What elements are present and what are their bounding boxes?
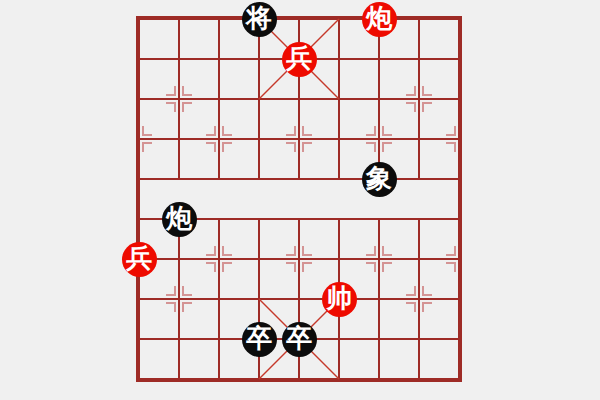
intersection-3-0[interactable]: 将 bbox=[239, 0, 279, 39]
intersection-7-3[interactable] bbox=[399, 119, 439, 159]
intersection-8-3[interactable] bbox=[439, 119, 479, 159]
intersection-1-8[interactable] bbox=[159, 319, 199, 359]
intersection-3-5[interactable] bbox=[239, 199, 279, 239]
intersection-2-1[interactable] bbox=[199, 39, 239, 79]
intersection-7-1[interactable] bbox=[399, 39, 439, 79]
piece-black-general[interactable]: 将 bbox=[242, 2, 277, 37]
intersection-1-5[interactable]: 炮 bbox=[159, 199, 199, 239]
intersection-6-1[interactable] bbox=[359, 39, 399, 79]
intersection-6-8[interactable] bbox=[359, 319, 399, 359]
intersection-0-1[interactable] bbox=[119, 39, 159, 79]
intersection-5-0[interactable] bbox=[319, 0, 359, 39]
intersection-1-9[interactable] bbox=[159, 359, 199, 399]
intersection-6-3[interactable] bbox=[359, 119, 399, 159]
intersection-4-7[interactable] bbox=[279, 279, 319, 319]
intersection-2-3[interactable] bbox=[199, 119, 239, 159]
piece-red-soldier[interactable]: 兵 bbox=[122, 242, 157, 277]
intersection-0-3[interactable] bbox=[119, 119, 159, 159]
intersection-5-9[interactable] bbox=[319, 359, 359, 399]
intersection-5-1[interactable] bbox=[319, 39, 359, 79]
intersection-8-5[interactable] bbox=[439, 199, 479, 239]
intersection-8-4[interactable] bbox=[439, 159, 479, 199]
intersection-2-8[interactable] bbox=[199, 319, 239, 359]
piece-black-elephant[interactable]: 象 bbox=[362, 162, 397, 197]
intersection-3-1[interactable] bbox=[239, 39, 279, 79]
piece-red-soldier[interactable]: 兵 bbox=[282, 42, 317, 77]
intersection-3-9[interactable] bbox=[239, 359, 279, 399]
intersection-2-5[interactable] bbox=[199, 199, 239, 239]
intersection-6-6[interactable] bbox=[359, 239, 399, 279]
piece-red-cannon[interactable]: 炮 bbox=[362, 2, 397, 37]
intersection-8-0[interactable] bbox=[439, 0, 479, 39]
xiangqi-diagram: 将炮兵象炮兵帅卒卒 bbox=[0, 0, 600, 400]
intersection-4-2[interactable] bbox=[279, 79, 319, 119]
intersection-7-5[interactable] bbox=[399, 199, 439, 239]
intersection-0-2[interactable] bbox=[119, 79, 159, 119]
intersection-5-4[interactable] bbox=[319, 159, 359, 199]
intersection-2-7[interactable] bbox=[199, 279, 239, 319]
intersection-8-8[interactable] bbox=[439, 319, 479, 359]
piece-black-cannon[interactable]: 炮 bbox=[162, 202, 197, 237]
intersection-8-7[interactable] bbox=[439, 279, 479, 319]
intersection-4-4[interactable] bbox=[279, 159, 319, 199]
intersection-4-9[interactable] bbox=[279, 359, 319, 399]
intersection-7-0[interactable] bbox=[399, 0, 439, 39]
intersection-5-8[interactable] bbox=[319, 319, 359, 359]
intersection-3-4[interactable] bbox=[239, 159, 279, 199]
intersection-7-7[interactable] bbox=[399, 279, 439, 319]
intersection-4-1[interactable]: 兵 bbox=[279, 39, 319, 79]
intersection-7-2[interactable] bbox=[399, 79, 439, 119]
intersection-5-6[interactable] bbox=[319, 239, 359, 279]
intersection-6-9[interactable] bbox=[359, 359, 399, 399]
piece-red-general[interactable]: 帅 bbox=[322, 282, 357, 317]
intersection-4-0[interactable] bbox=[279, 0, 319, 39]
intersection-8-1[interactable] bbox=[439, 39, 479, 79]
intersection-6-0[interactable]: 炮 bbox=[359, 0, 399, 39]
intersection-0-7[interactable] bbox=[119, 279, 159, 319]
intersection-5-7[interactable]: 帅 bbox=[319, 279, 359, 319]
intersection-1-0[interactable] bbox=[159, 0, 199, 39]
piece-black-soldier[interactable]: 卒 bbox=[242, 322, 277, 357]
intersection-0-5[interactable] bbox=[119, 199, 159, 239]
intersection-2-4[interactable] bbox=[199, 159, 239, 199]
intersection-5-5[interactable] bbox=[319, 199, 359, 239]
intersection-0-4[interactable] bbox=[119, 159, 159, 199]
intersection-7-8[interactable] bbox=[399, 319, 439, 359]
intersection-2-9[interactable] bbox=[199, 359, 239, 399]
intersection-0-8[interactable] bbox=[119, 319, 159, 359]
intersection-3-8[interactable]: 卒 bbox=[239, 319, 279, 359]
intersection-4-3[interactable] bbox=[279, 119, 319, 159]
intersection-6-7[interactable] bbox=[359, 279, 399, 319]
intersection-1-2[interactable] bbox=[159, 79, 199, 119]
intersection-7-9[interactable] bbox=[399, 359, 439, 399]
intersection-1-4[interactable] bbox=[159, 159, 199, 199]
intersection-0-6[interactable]: 兵 bbox=[119, 239, 159, 279]
intersection-7-6[interactable] bbox=[399, 239, 439, 279]
intersection-8-6[interactable] bbox=[439, 239, 479, 279]
intersection-8-9[interactable] bbox=[439, 359, 479, 399]
intersection-0-9[interactable] bbox=[119, 359, 159, 399]
intersection-3-7[interactable] bbox=[239, 279, 279, 319]
intersection-1-7[interactable] bbox=[159, 279, 199, 319]
xiangqi-board-grid: 将炮兵象炮兵帅卒卒 bbox=[119, 0, 479, 399]
intersection-2-2[interactable] bbox=[199, 79, 239, 119]
intersection-4-8[interactable]: 卒 bbox=[279, 319, 319, 359]
intersection-6-4[interactable]: 象 bbox=[359, 159, 399, 199]
intersection-1-1[interactable] bbox=[159, 39, 199, 79]
intersection-5-3[interactable] bbox=[319, 119, 359, 159]
intersection-1-6[interactable] bbox=[159, 239, 199, 279]
intersection-1-3[interactable] bbox=[159, 119, 199, 159]
intersection-3-2[interactable] bbox=[239, 79, 279, 119]
intersection-6-2[interactable] bbox=[359, 79, 399, 119]
intersection-8-2[interactable] bbox=[439, 79, 479, 119]
intersection-5-2[interactable] bbox=[319, 79, 359, 119]
piece-black-soldier[interactable]: 卒 bbox=[282, 322, 317, 357]
intersection-4-6[interactable] bbox=[279, 239, 319, 279]
intersection-2-0[interactable] bbox=[199, 0, 239, 39]
intersection-7-4[interactable] bbox=[399, 159, 439, 199]
intersection-2-6[interactable] bbox=[199, 239, 239, 279]
intersection-3-6[interactable] bbox=[239, 239, 279, 279]
intersection-6-5[interactable] bbox=[359, 199, 399, 239]
intersection-4-5[interactable] bbox=[279, 199, 319, 239]
intersection-0-0[interactable] bbox=[119, 0, 159, 39]
intersection-3-3[interactable] bbox=[239, 119, 279, 159]
